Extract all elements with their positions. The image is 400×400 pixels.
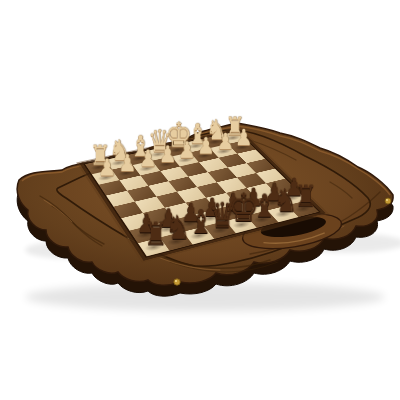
white-pawn-piece: ♟ bbox=[139, 147, 157, 170]
brass-latch-right bbox=[385, 198, 391, 204]
black-knight-piece: ♞ bbox=[165, 211, 191, 244]
chess-set-photo: ♜♞♝♛♚♝♞♜♟♟♟♟♟♟♟♟♟♟♟♟♟♟♟♟♜♞♝♛♚♝♞♜ bbox=[0, 0, 400, 400]
brass-latch-left bbox=[174, 279, 180, 285]
white-pawn-piece: ♟ bbox=[158, 143, 176, 166]
white-pawn-piece: ♟ bbox=[178, 139, 196, 162]
black-bishop-piece: ♝ bbox=[188, 206, 214, 238]
white-pawn-piece: ♟ bbox=[235, 126, 253, 148]
white-pawn-piece: ♟ bbox=[197, 134, 215, 157]
white-pawn-piece: ♟ bbox=[98, 156, 117, 180]
black-rook-piece: ♜ bbox=[143, 219, 167, 250]
white-pawn-piece: ♟ bbox=[118, 151, 137, 174]
white-pawn-piece: ♟ bbox=[216, 130, 234, 153]
